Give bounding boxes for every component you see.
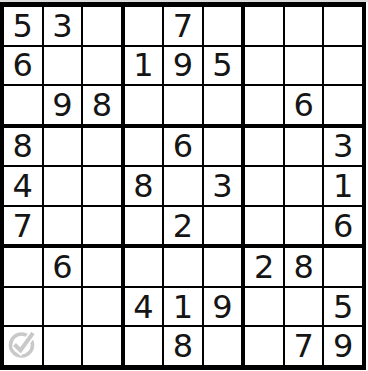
cell-r9c4[interactable] <box>125 327 163 365</box>
given-digit: 6 <box>52 251 72 283</box>
cell-r1c6[interactable] <box>204 7 242 45</box>
cell-r2c4[interactable]: 1 <box>125 47 163 85</box>
cell-r4c6[interactable] <box>204 128 242 166</box>
cell-r4c3[interactable] <box>83 128 121 166</box>
cell-r1c5[interactable]: 7 <box>164 7 202 45</box>
cell-r5c2[interactable] <box>44 167 82 205</box>
cell-r4c8[interactable] <box>285 128 323 166</box>
cell-r9c7[interactable] <box>245 327 283 365</box>
cell-r7c8[interactable]: 8 <box>285 248 323 286</box>
cell-r8c3[interactable] <box>83 288 121 326</box>
given-digit: 5 <box>212 49 232 81</box>
given-digit: 1 <box>333 170 353 202</box>
given-digit: 8 <box>92 89 112 121</box>
cell-r3c5[interactable] <box>164 86 202 124</box>
cell-r9c3[interactable] <box>83 327 121 365</box>
cell-r9c2[interactable] <box>44 327 82 365</box>
given-digit: 6 <box>333 210 353 242</box>
cell-r5c5[interactable] <box>164 167 202 205</box>
cell-r5c4[interactable]: 8 <box>125 167 163 205</box>
cell-r3c7[interactable] <box>245 86 283 124</box>
given-digit: 6 <box>293 89 313 121</box>
sudoku-page: 537619598686348317266284195 879 <box>0 0 368 371</box>
cell-r8c7[interactable] <box>245 288 283 326</box>
cell-r2c5[interactable]: 9 <box>164 47 202 85</box>
cell-r7c5[interactable] <box>164 248 202 286</box>
given-digit: 5 <box>13 10 33 42</box>
cell-r7c1[interactable] <box>4 248 42 286</box>
cell-r7c4[interactable] <box>125 248 163 286</box>
cell-r3c6[interactable] <box>204 86 242 124</box>
cell-r9c6[interactable] <box>204 327 242 365</box>
cell-r6c3[interactable] <box>83 207 121 245</box>
given-digit: 3 <box>333 130 353 162</box>
cell-r2c3[interactable] <box>83 47 121 85</box>
given-digit: 3 <box>212 170 232 202</box>
cell-r1c4[interactable] <box>125 7 163 45</box>
cell-r3c8[interactable]: 6 <box>285 86 323 124</box>
given-digit: 3 <box>52 10 72 42</box>
cell-r6c6[interactable] <box>204 207 242 245</box>
cell-r1c1[interactable]: 5 <box>4 7 42 45</box>
cell-r1c3[interactable] <box>83 7 121 45</box>
cell-r4c1[interactable]: 8 <box>4 128 42 166</box>
cell-r7c9[interactable] <box>324 248 362 286</box>
given-digit: 1 <box>173 291 193 323</box>
cell-r1c9[interactable] <box>324 7 362 45</box>
cell-r3c4[interactable] <box>125 86 163 124</box>
cell-r1c7[interactable] <box>245 7 283 45</box>
given-digit: 2 <box>254 251 274 283</box>
cell-r8c4[interactable]: 4 <box>125 288 163 326</box>
cell-r2c1[interactable]: 6 <box>4 47 42 85</box>
cell-r7c3[interactable] <box>83 248 121 286</box>
cell-r4c5[interactable]: 6 <box>164 128 202 166</box>
given-digit: 9 <box>52 89 72 121</box>
cell-r3c1[interactable] <box>4 86 42 124</box>
given-digit: 8 <box>133 170 153 202</box>
given-digit: 4 <box>13 170 33 202</box>
cell-r6c4[interactable] <box>125 207 163 245</box>
cell-r5c9[interactable]: 1 <box>324 167 362 205</box>
given-digit: 5 <box>333 291 353 323</box>
cell-r3c3[interactable]: 8 <box>83 86 121 124</box>
given-digit: 9 <box>212 291 232 323</box>
cell-r6c5[interactable]: 2 <box>164 207 202 245</box>
cell-r6c1[interactable]: 7 <box>4 207 42 245</box>
cell-r4c9[interactable]: 3 <box>324 128 362 166</box>
cell-r6c2[interactable] <box>44 207 82 245</box>
cell-r2c6[interactable]: 5 <box>204 47 242 85</box>
cell-r3c9[interactable] <box>324 86 362 124</box>
cell-r5c8[interactable] <box>285 167 323 205</box>
given-digit: 8 <box>293 251 313 283</box>
cell-r9c9[interactable]: 9 <box>324 327 362 365</box>
cell-r8c2[interactable] <box>44 288 82 326</box>
given-digit: 1 <box>133 49 153 81</box>
given-digit: 8 <box>173 330 193 362</box>
cell-r9c8[interactable]: 7 <box>285 327 323 365</box>
cell-r4c2[interactable] <box>44 128 82 166</box>
cell-r6c9[interactable]: 6 <box>324 207 362 245</box>
cell-r8c5[interactable]: 1 <box>164 288 202 326</box>
cell-r2c8[interactable] <box>285 47 323 85</box>
cell-r7c2[interactable]: 6 <box>44 248 82 286</box>
cell-r5c6[interactable]: 3 <box>204 167 242 205</box>
cell-r5c3[interactable] <box>83 167 121 205</box>
cell-r4c4[interactable] <box>125 128 163 166</box>
given-digit: 4 <box>133 291 153 323</box>
given-digit: 7 <box>293 330 313 362</box>
cell-r4c7[interactable] <box>245 128 283 166</box>
cell-r8c6[interactable]: 9 <box>204 288 242 326</box>
cell-r2c9[interactable] <box>324 47 362 85</box>
cell-r8c8[interactable] <box>285 288 323 326</box>
given-digit: 2 <box>173 210 193 242</box>
cell-r1c8[interactable] <box>285 7 323 45</box>
given-digit: 6 <box>173 130 193 162</box>
cell-r2c2[interactable] <box>44 47 82 85</box>
given-digit: 7 <box>173 10 193 42</box>
cell-r3c2[interactable]: 9 <box>44 86 82 124</box>
cell-r7c6[interactable] <box>204 248 242 286</box>
cell-r2c7[interactable] <box>245 47 283 85</box>
given-digit: 6 <box>13 49 33 81</box>
cell-r8c9[interactable]: 5 <box>324 288 362 326</box>
given-digit: 9 <box>333 330 353 362</box>
cell-r6c8[interactable] <box>285 207 323 245</box>
cell-r5c7[interactable] <box>245 167 283 205</box>
cell-r6c7[interactable] <box>245 207 283 245</box>
cell-r8c1[interactable] <box>4 288 42 326</box>
cell-r1c2[interactable]: 3 <box>44 7 82 45</box>
cell-r9c5[interactable]: 8 <box>164 327 202 365</box>
given-digit: 7 <box>13 210 33 242</box>
cell-r9c1[interactable] <box>4 327 42 365</box>
given-digit: 8 <box>13 130 33 162</box>
check-circle-icon <box>7 328 38 364</box>
cell-r7c7[interactable]: 2 <box>245 248 283 286</box>
given-digit: 9 <box>173 49 193 81</box>
cell-r5c1[interactable]: 4 <box>4 167 42 205</box>
sudoku-board: 537619598686348317266284195 879 <box>0 2 366 370</box>
